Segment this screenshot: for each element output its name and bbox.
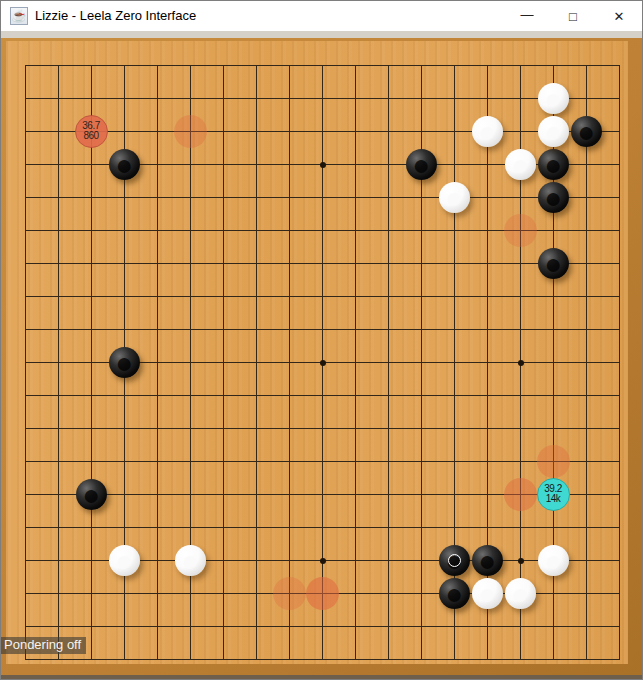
black-stone-R16: ● <box>538 149 569 180</box>
white-stone-P3: ● <box>472 578 503 609</box>
suggestion-candidate[interactable] <box>174 115 207 148</box>
white-stone-R17: ● <box>538 116 569 147</box>
star-point <box>518 360 524 366</box>
black-stone-P4: ● <box>472 545 503 576</box>
black-stone-R15: ● <box>538 182 569 213</box>
suggestion-candidate[interactable] <box>537 445 570 478</box>
star-point <box>320 162 326 168</box>
suggestion-visits: 14k <box>546 494 561 504</box>
black-stone-N16: ● <box>406 149 437 180</box>
suggestion-visits: 860 <box>83 131 98 141</box>
star-point <box>320 558 326 564</box>
last-move-marker <box>448 554 461 567</box>
suggestion-best-move[interactable]: 39.214k <box>537 478 570 511</box>
grid-line-horizontal <box>25 659 620 660</box>
suggestion-candidate[interactable] <box>504 214 537 247</box>
white-stone-O15: ● <box>439 182 470 213</box>
grid-line-vertical <box>586 65 587 660</box>
close-icon: ✕ <box>614 9 625 24</box>
grid-line-horizontal <box>25 395 620 396</box>
grid-line-horizontal <box>25 461 620 462</box>
board-bottom-edge <box>1 675 642 680</box>
grid-line-horizontal <box>25 626 620 627</box>
grid-line-vertical <box>355 65 356 660</box>
black-stone-S17: ● <box>571 116 602 147</box>
white-stone-R4: ● <box>538 545 569 576</box>
white-stone-Q16: ● <box>505 149 536 180</box>
star-point <box>518 558 524 564</box>
white-stone-Q3: ● <box>505 578 536 609</box>
window-controls: — □ ✕ <box>504 1 642 31</box>
maximize-icon: □ <box>569 9 577 24</box>
client-top-strip <box>1 31 642 38</box>
suggestion-candidate[interactable] <box>273 577 306 610</box>
close-button[interactable]: ✕ <box>596 1 642 31</box>
star-point <box>320 360 326 366</box>
white-stone-F4: ● <box>175 545 206 576</box>
suggestion-candidate-labeled[interactable]: 36.7860 <box>75 115 108 148</box>
minimize-button[interactable]: — <box>504 1 550 31</box>
grid-line-horizontal <box>25 527 620 528</box>
suggestion-candidate[interactable] <box>504 478 537 511</box>
black-stone-O3: ● <box>439 578 470 609</box>
white-stone-D4: ● <box>109 545 140 576</box>
black-stone-O4: ● <box>439 545 470 576</box>
white-stone-R18: ● <box>538 83 569 114</box>
minimize-icon: — <box>521 7 534 22</box>
maximize-button[interactable]: □ <box>550 1 596 31</box>
black-stone-D16: ● <box>109 149 140 180</box>
grid-line-vertical <box>619 65 620 660</box>
steam-icon: 〜 <box>18 9 25 21</box>
grid-line-vertical <box>388 65 389 660</box>
lizzie-window: ☕ 〜 Lizzie - Leela Zero Interface — □ ✕ … <box>0 0 643 680</box>
black-stone-D10: ● <box>109 347 140 378</box>
pondering-status-label: Pondering off <box>1 637 86 654</box>
title-bar[interactable]: ☕ 〜 Lizzie - Leela Zero Interface — □ ✕ <box>1 1 642 31</box>
black-stone-C6: ● <box>76 479 107 510</box>
grid-line-horizontal <box>25 428 620 429</box>
window-title: Lizzie - Leela Zero Interface <box>35 8 196 23</box>
black-stone-R13: ● <box>538 248 569 279</box>
suggestion-candidate[interactable] <box>306 577 339 610</box>
white-stone-P17: ● <box>472 116 503 147</box>
java-app-icon: ☕ 〜 <box>10 7 28 25</box>
